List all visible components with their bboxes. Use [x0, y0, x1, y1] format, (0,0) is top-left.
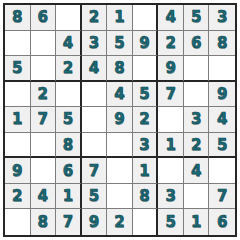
cell-r1c6[interactable]	[133, 5, 159, 31]
cell-r2c3[interactable]: 4	[56, 31, 82, 57]
sudoku-board: 8621453435926852489245791759234831259671…	[3, 3, 237, 237]
cell-r2c7[interactable]: 2	[158, 31, 184, 57]
cell-r2c8[interactable]: 6	[184, 31, 210, 57]
cell-r3c5[interactable]: 8	[107, 56, 133, 82]
cell-r6c1[interactable]	[5, 133, 31, 159]
cell-r1c1[interactable]: 8	[5, 5, 31, 31]
cell-r5c5[interactable]: 9	[107, 107, 133, 133]
cell-r6c4[interactable]	[82, 133, 108, 159]
cell-r6c3[interactable]: 8	[56, 133, 82, 159]
cell-r4c6[interactable]: 5	[133, 82, 159, 108]
cell-r2c2[interactable]	[31, 31, 57, 57]
cell-r3c1[interactable]: 5	[5, 56, 31, 82]
cell-r8c8[interactable]	[184, 184, 210, 210]
cell-r5c6[interactable]: 2	[133, 107, 159, 133]
cell-r1c7[interactable]: 4	[158, 5, 184, 31]
cell-r9c2[interactable]: 8	[31, 209, 57, 235]
cell-r7c6[interactable]: 1	[133, 158, 159, 184]
cell-r8c2[interactable]: 4	[31, 184, 57, 210]
cell-r8c9[interactable]: 7	[209, 184, 235, 210]
cell-r7c7[interactable]	[158, 158, 184, 184]
cell-r3c2[interactable]	[31, 56, 57, 82]
cell-r1c4[interactable]: 2	[82, 5, 108, 31]
cell-r6c2[interactable]	[31, 133, 57, 159]
cell-r3c3[interactable]: 2	[56, 56, 82, 82]
cell-r5c3[interactable]: 5	[56, 107, 82, 133]
cell-r9c9[interactable]: 6	[209, 209, 235, 235]
cell-r6c9[interactable]: 5	[209, 133, 235, 159]
cell-r1c2[interactable]: 6	[31, 5, 57, 31]
cell-r8c7[interactable]: 3	[158, 184, 184, 210]
cell-r4c5[interactable]: 4	[107, 82, 133, 108]
cell-r2c5[interactable]: 5	[107, 31, 133, 57]
cell-r3c4[interactable]: 4	[82, 56, 108, 82]
cell-r1c9[interactable]: 3	[209, 5, 235, 31]
cell-r8c6[interactable]: 8	[133, 184, 159, 210]
cell-r3c8[interactable]	[184, 56, 210, 82]
cell-r2c1[interactable]	[5, 31, 31, 57]
cell-r7c5[interactable]	[107, 158, 133, 184]
cell-r9c8[interactable]: 1	[184, 209, 210, 235]
cell-r6c5[interactable]	[107, 133, 133, 159]
cell-r5c8[interactable]: 3	[184, 107, 210, 133]
cell-r7c2[interactable]	[31, 158, 57, 184]
page: 8621453435926852489245791759234831259671…	[0, 0, 240, 240]
cell-r1c8[interactable]: 5	[184, 5, 210, 31]
cell-r7c9[interactable]	[209, 158, 235, 184]
cell-r4c9[interactable]: 9	[209, 82, 235, 108]
cell-r8c4[interactable]: 5	[82, 184, 108, 210]
cell-r7c3[interactable]: 6	[56, 158, 82, 184]
cell-r5c9[interactable]: 4	[209, 107, 235, 133]
cell-r9c5[interactable]: 2	[107, 209, 133, 235]
cell-r4c4[interactable]	[82, 82, 108, 108]
cell-r9c7[interactable]: 5	[158, 209, 184, 235]
cell-r7c8[interactable]: 4	[184, 158, 210, 184]
cell-r1c3[interactable]	[56, 5, 82, 31]
cell-r2c9[interactable]: 8	[209, 31, 235, 57]
cell-r9c1[interactable]	[5, 209, 31, 235]
cell-r9c6[interactable]	[133, 209, 159, 235]
cell-r8c1[interactable]: 2	[5, 184, 31, 210]
cell-r2c4[interactable]: 3	[82, 31, 108, 57]
cell-r6c6[interactable]: 3	[133, 133, 159, 159]
cell-r4c3[interactable]	[56, 82, 82, 108]
cell-r4c8[interactable]	[184, 82, 210, 108]
cell-r8c5[interactable]	[107, 184, 133, 210]
cell-r3c9[interactable]	[209, 56, 235, 82]
cell-r4c7[interactable]: 7	[158, 82, 184, 108]
cell-r9c3[interactable]: 7	[56, 209, 82, 235]
cell-r4c2[interactable]: 2	[31, 82, 57, 108]
cell-r8c3[interactable]: 1	[56, 184, 82, 210]
cell-r6c8[interactable]: 2	[184, 133, 210, 159]
cell-r3c6[interactable]	[133, 56, 159, 82]
cell-r1c5[interactable]: 1	[107, 5, 133, 31]
cell-r3c7[interactable]: 9	[158, 56, 184, 82]
cell-r9c4[interactable]: 9	[82, 209, 108, 235]
cell-r4c1[interactable]	[5, 82, 31, 108]
cell-r6c7[interactable]: 1	[158, 133, 184, 159]
cell-r7c1[interactable]: 9	[5, 158, 31, 184]
cell-r2c6[interactable]: 9	[133, 31, 159, 57]
cell-r5c1[interactable]: 1	[5, 107, 31, 133]
cell-r5c7[interactable]	[158, 107, 184, 133]
cell-r7c4[interactable]: 7	[82, 158, 108, 184]
cell-r5c2[interactable]: 7	[31, 107, 57, 133]
cell-r5c4[interactable]	[82, 107, 108, 133]
